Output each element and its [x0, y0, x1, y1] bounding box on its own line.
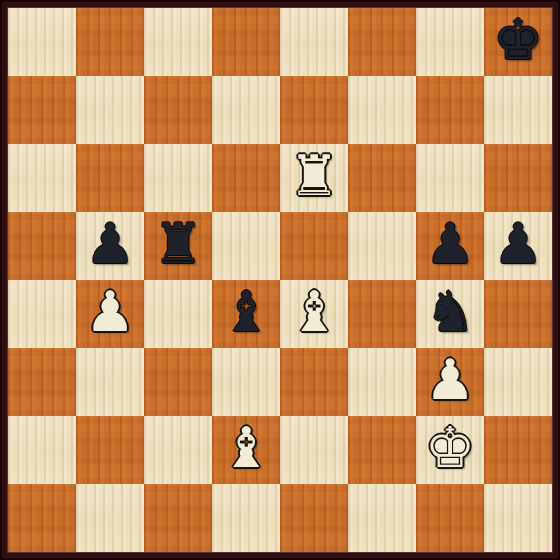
white-bishop-e4[interactable]: ♝ [289, 278, 339, 346]
square-g6[interactable] [416, 144, 484, 212]
white-pawn-b4[interactable]: ♟ [85, 278, 135, 346]
square-d6[interactable] [212, 144, 280, 212]
square-h3[interactable] [484, 348, 552, 416]
square-a5[interactable] [8, 212, 76, 280]
square-f2[interactable] [348, 416, 416, 484]
square-b6[interactable] [76, 144, 144, 212]
square-d4[interactable]: ♝ [212, 280, 280, 348]
square-h4[interactable] [484, 280, 552, 348]
square-f3[interactable] [348, 348, 416, 416]
square-h5[interactable]: ♟ [484, 212, 552, 280]
square-g3[interactable]: ♟ [416, 348, 484, 416]
square-c3[interactable] [144, 348, 212, 416]
square-e8[interactable] [280, 8, 348, 76]
square-c5[interactable]: ♜ [144, 212, 212, 280]
black-pawn-b5[interactable]: ♟ [85, 210, 135, 278]
square-h7[interactable] [484, 76, 552, 144]
square-a7[interactable] [8, 76, 76, 144]
square-a6[interactable] [8, 144, 76, 212]
square-b1[interactable] [76, 484, 144, 552]
white-pawn-g3[interactable]: ♟ [425, 346, 475, 414]
square-a1[interactable] [8, 484, 76, 552]
square-e4[interactable]: ♝ [280, 280, 348, 348]
square-d3[interactable] [212, 348, 280, 416]
square-d1[interactable] [212, 484, 280, 552]
square-d7[interactable] [212, 76, 280, 144]
square-f5[interactable] [348, 212, 416, 280]
square-c8[interactable] [144, 8, 212, 76]
black-bishop-d4[interactable]: ♝ [221, 278, 271, 346]
square-b2[interactable] [76, 416, 144, 484]
square-h6[interactable] [484, 144, 552, 212]
square-d2[interactable]: ♝ [212, 416, 280, 484]
black-king-h8[interactable]: ♚ [493, 6, 543, 74]
chess-board: ♚♜♟♜♟♟♟♝♝♞♟♝♚ [8, 8, 552, 552]
square-d5[interactable] [212, 212, 280, 280]
square-a2[interactable] [8, 416, 76, 484]
square-c6[interactable] [144, 144, 212, 212]
square-a4[interactable] [8, 280, 76, 348]
square-g8[interactable] [416, 8, 484, 76]
square-b4[interactable]: ♟ [76, 280, 144, 348]
chess-board-frame: ♚♜♟♜♟♟♟♝♝♞♟♝♚ [0, 0, 560, 560]
white-king-g2[interactable]: ♚ [425, 414, 475, 482]
square-c7[interactable] [144, 76, 212, 144]
square-a8[interactable] [8, 8, 76, 76]
square-a3[interactable] [8, 348, 76, 416]
black-rook-c5[interactable]: ♜ [153, 210, 203, 278]
square-f8[interactable] [348, 8, 416, 76]
square-f1[interactable] [348, 484, 416, 552]
square-h8[interactable]: ♚ [484, 8, 552, 76]
black-pawn-g5[interactable]: ♟ [425, 210, 475, 278]
square-e7[interactable] [280, 76, 348, 144]
square-c2[interactable] [144, 416, 212, 484]
square-b3[interactable] [76, 348, 144, 416]
square-f4[interactable] [348, 280, 416, 348]
white-bishop-d2[interactable]: ♝ [221, 414, 271, 482]
square-b8[interactable] [76, 8, 144, 76]
black-pawn-h5[interactable]: ♟ [493, 210, 543, 278]
square-h1[interactable] [484, 484, 552, 552]
square-c4[interactable] [144, 280, 212, 348]
square-f7[interactable] [348, 76, 416, 144]
square-e1[interactable] [280, 484, 348, 552]
square-h2[interactable] [484, 416, 552, 484]
square-g7[interactable] [416, 76, 484, 144]
square-e3[interactable] [280, 348, 348, 416]
square-f6[interactable] [348, 144, 416, 212]
square-e5[interactable] [280, 212, 348, 280]
square-g4[interactable]: ♞ [416, 280, 484, 348]
square-c1[interactable] [144, 484, 212, 552]
square-e2[interactable] [280, 416, 348, 484]
square-d8[interactable] [212, 8, 280, 76]
square-b7[interactable] [76, 76, 144, 144]
square-g1[interactable] [416, 484, 484, 552]
black-knight-g4[interactable]: ♞ [425, 278, 475, 346]
white-rook-e6[interactable]: ♜ [289, 142, 339, 210]
square-g5[interactable]: ♟ [416, 212, 484, 280]
square-b5[interactable]: ♟ [76, 212, 144, 280]
square-e6[interactable]: ♜ [280, 144, 348, 212]
square-g2[interactable]: ♚ [416, 416, 484, 484]
